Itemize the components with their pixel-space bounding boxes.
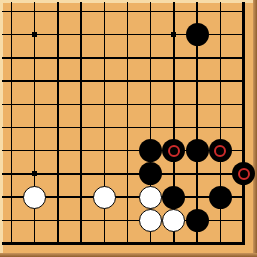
grid-line-horizontal <box>2 80 245 82</box>
white-stone <box>139 186 162 209</box>
black-stone <box>186 139 209 162</box>
white-stone <box>139 209 162 232</box>
black-stone <box>139 139 162 162</box>
grid-line-horizontal <box>2 242 245 245</box>
circle-marker <box>238 168 250 180</box>
grid-line-vertical <box>11 2 13 245</box>
star-point <box>171 32 176 37</box>
grid-line-horizontal <box>2 104 245 106</box>
marked-black-stone <box>209 139 232 162</box>
black-stone <box>186 23 209 46</box>
white-stone <box>162 209 185 232</box>
go-board <box>0 0 257 257</box>
grid-line-horizontal <box>2 127 245 129</box>
black-stone <box>209 186 232 209</box>
black-stone <box>162 186 185 209</box>
board-edge-shadow-right <box>253 0 257 257</box>
black-stone <box>139 162 162 185</box>
board-edge-highlight-top <box>0 0 257 3</box>
black-stone <box>186 209 209 232</box>
circle-marker <box>214 145 226 157</box>
star-point <box>32 171 37 176</box>
star-point <box>32 32 37 37</box>
marked-black-stone <box>162 139 185 162</box>
grid-line-horizontal <box>2 11 245 13</box>
board-edge-highlight-left <box>0 0 3 257</box>
grid-line-vertical <box>127 2 129 245</box>
marked-black-stone <box>232 162 255 185</box>
white-stone <box>23 186 46 209</box>
board-edge-shadow-bottom <box>0 253 257 257</box>
grid-line-horizontal <box>2 173 245 175</box>
grid-line-vertical <box>57 2 59 245</box>
grid-line-vertical <box>80 2 82 245</box>
grid-line-vertical <box>242 2 245 245</box>
white-stone <box>93 186 116 209</box>
circle-marker <box>168 145 180 157</box>
grid-line-horizontal <box>2 57 245 59</box>
